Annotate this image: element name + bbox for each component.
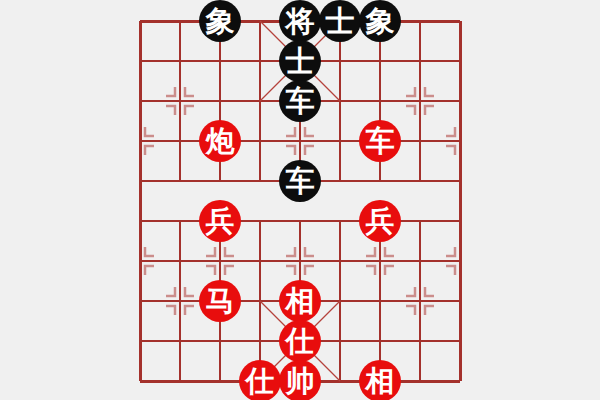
board-point-c3r6[interactable]	[240, 241, 280, 281]
black-chariot[interactable]: 车	[279, 80, 321, 122]
board-point-c4r7[interactable]: 相	[280, 281, 320, 321]
board-point-c6r0[interactable]: 象	[360, 1, 400, 41]
red-horse[interactable]: 马	[199, 280, 241, 322]
board-point-c5r4[interactable]	[320, 161, 360, 201]
board-point-c7r5[interactable]	[400, 201, 440, 241]
board-point-c0r1[interactable]	[120, 41, 160, 81]
board-point-c3r2[interactable]	[240, 81, 280, 121]
board-point-c4r4[interactable]: 车	[280, 161, 320, 201]
red-advisor[interactable]: 仕	[239, 360, 281, 400]
black-elephant[interactable]: 象	[359, 0, 401, 42]
board-point-c1r7[interactable]	[160, 281, 200, 321]
red-elephant[interactable]: 相	[279, 280, 321, 322]
board-point-c0r4[interactable]	[120, 161, 160, 201]
board-point-c6r7[interactable]	[360, 281, 400, 321]
board-point-c0r2[interactable]	[120, 81, 160, 121]
board-point-c8r4[interactable]	[440, 161, 480, 201]
board-point-c1r3[interactable]	[160, 121, 200, 161]
board-point-c8r6[interactable]	[440, 241, 480, 281]
board-point-c2r1[interactable]	[200, 41, 240, 81]
board-point-c7r8[interactable]	[400, 321, 440, 361]
board-point-c3r7[interactable]	[240, 281, 280, 321]
board-point-c5r9[interactable]	[320, 361, 360, 400]
board-point-c5r6[interactable]	[320, 241, 360, 281]
board-point-c5r7[interactable]	[320, 281, 360, 321]
board-point-c5r0[interactable]: 士	[320, 1, 360, 41]
board-point-c1r5[interactable]	[160, 201, 200, 241]
board-point-c1r0[interactable]	[160, 1, 200, 41]
red-soldier[interactable]: 兵	[359, 200, 401, 242]
board-point-c8r0[interactable]	[440, 1, 480, 41]
board-point-c6r5[interactable]: 兵	[360, 201, 400, 241]
board-point-c2r6[interactable]	[200, 241, 240, 281]
board-point-c1r6[interactable]	[160, 241, 200, 281]
board-point-c3r5[interactable]	[240, 201, 280, 241]
board-point-c7r3[interactable]	[400, 121, 440, 161]
board-point-c7r6[interactable]	[400, 241, 440, 281]
board-point-c1r8[interactable]	[160, 321, 200, 361]
board-point-c6r3[interactable]: 车	[360, 121, 400, 161]
black-elephant[interactable]: 象	[199, 0, 241, 42]
board-point-c1r1[interactable]	[160, 41, 200, 81]
board-point-c0r5[interactable]	[120, 201, 160, 241]
board-point-c8r1[interactable]	[440, 41, 480, 81]
board-point-c2r2[interactable]	[200, 81, 240, 121]
red-cannon[interactable]: 炮	[199, 120, 241, 162]
board-point-c7r2[interactable]	[400, 81, 440, 121]
board-point-c5r2[interactable]	[320, 81, 360, 121]
xiangqi-board: 象将士象士车炮车车兵兵马相仕仕帅相	[120, 1, 480, 400]
board-point-c2r0[interactable]: 象	[200, 1, 240, 41]
board-point-c0r3[interactable]	[120, 121, 160, 161]
xiangqi-app-window: 象将士象士车炮车车兵兵马相仕仕帅相	[0, 0, 600, 400]
board-point-c6r2[interactable]	[360, 81, 400, 121]
board-point-c0r7[interactable]	[120, 281, 160, 321]
board-point-c5r5[interactable]	[320, 201, 360, 241]
board-point-c4r9[interactable]: 帅	[280, 361, 320, 400]
board-point-c7r4[interactable]	[400, 161, 440, 201]
board-point-c6r4[interactable]	[360, 161, 400, 201]
board-point-c8r5[interactable]	[440, 201, 480, 241]
board-point-c8r9[interactable]	[440, 361, 480, 400]
board-point-c5r3[interactable]	[320, 121, 360, 161]
board-point-c7r7[interactable]	[400, 281, 440, 321]
board-point-c0r9[interactable]	[120, 361, 160, 400]
board-point-c8r2[interactable]	[440, 81, 480, 121]
black-advisor[interactable]: 士	[319, 0, 361, 42]
red-chariot[interactable]: 车	[359, 120, 401, 162]
black-advisor[interactable]: 士	[279, 40, 321, 82]
board-point-c4r1[interactable]: 士	[280, 41, 320, 81]
board-point-c2r3[interactable]: 炮	[200, 121, 240, 161]
board-point-c4r3[interactable]	[280, 121, 320, 161]
board-point-c2r8[interactable]	[200, 321, 240, 361]
board-point-c3r4[interactable]	[240, 161, 280, 201]
board-point-c8r8[interactable]	[440, 321, 480, 361]
board-point-c8r3[interactable]	[440, 121, 480, 161]
board-point-c2r4[interactable]	[200, 161, 240, 201]
board-point-c1r4[interactable]	[160, 161, 200, 201]
board-point-c0r0[interactable]	[120, 1, 160, 41]
board-point-c5r8[interactable]	[320, 321, 360, 361]
board-point-c5r1[interactable]	[320, 41, 360, 81]
board-point-c6r9[interactable]: 相	[360, 361, 400, 400]
board-point-c4r8[interactable]: 仕	[280, 321, 320, 361]
board-point-c0r6[interactable]	[120, 241, 160, 281]
board-point-c2r9[interactable]	[200, 361, 240, 400]
red-soldier[interactable]: 兵	[199, 200, 241, 242]
black-general[interactable]: 将	[279, 0, 321, 42]
board-point-c4r0[interactable]: 将	[280, 1, 320, 41]
board-point-c4r5[interactable]	[280, 201, 320, 241]
board-point-c6r8[interactable]	[360, 321, 400, 361]
board-point-c3r3[interactable]	[240, 121, 280, 161]
board-point-c3r9[interactable]: 仕	[240, 361, 280, 400]
board-point-c6r1[interactable]	[360, 41, 400, 81]
board-point-c1r9[interactable]	[160, 361, 200, 400]
red-general[interactable]: 帅	[279, 360, 321, 400]
board-point-c1r2[interactable]	[160, 81, 200, 121]
board-point-c6r6[interactable]	[360, 241, 400, 281]
board-point-c4r2[interactable]: 车	[280, 81, 320, 121]
black-chariot[interactable]: 车	[279, 160, 321, 202]
board-point-c2r5[interactable]: 兵	[200, 201, 240, 241]
board-point-c7r0[interactable]	[400, 1, 440, 41]
red-advisor[interactable]: 仕	[279, 320, 321, 362]
board-point-c8r7[interactable]	[440, 281, 480, 321]
board-point-c2r7[interactable]: 马	[200, 281, 240, 321]
board-point-c7r9[interactable]	[400, 361, 440, 400]
red-elephant[interactable]: 相	[359, 360, 401, 400]
board-point-c7r1[interactable]	[400, 41, 440, 81]
board-point-c3r1[interactable]	[240, 41, 280, 81]
board-point-c3r8[interactable]	[240, 321, 280, 361]
board-point-c3r0[interactable]	[240, 1, 280, 41]
board-point-c0r8[interactable]	[120, 321, 160, 361]
board-point-c4r6[interactable]	[280, 241, 320, 281]
